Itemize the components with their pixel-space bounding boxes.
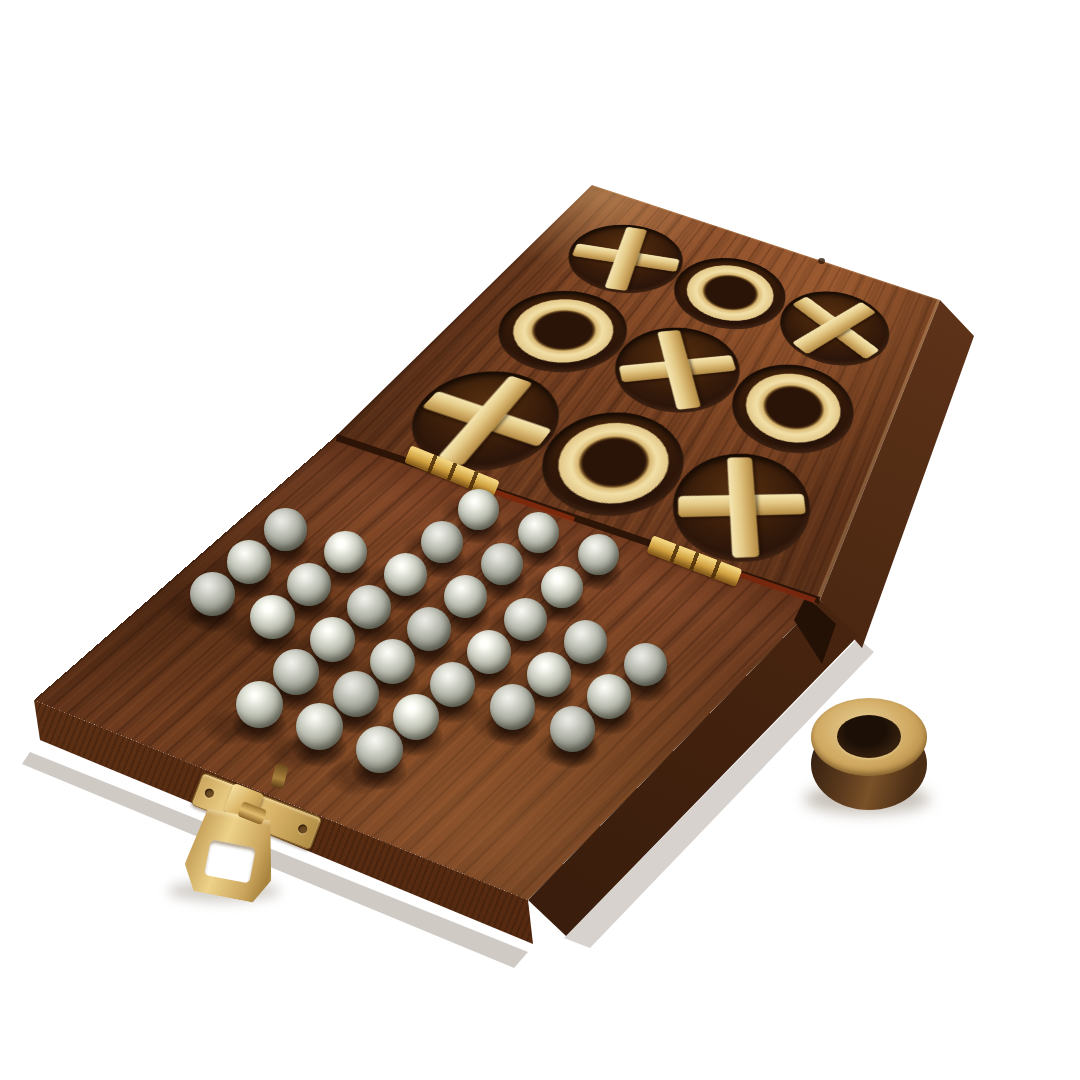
solitaire-ball[interactable] (518, 512, 559, 553)
ring-hole (837, 715, 901, 758)
scene: 2-in-1 wooden folding travel game box: t… (0, 0, 1080, 1080)
solitaire-ball[interactable] (384, 553, 427, 596)
solitaire-ball[interactable] (393, 694, 439, 740)
solitaire-ball[interactable] (527, 652, 572, 697)
solitaire-ball[interactable] (430, 662, 475, 707)
rivet (204, 787, 216, 799)
solitaire-ball[interactable] (273, 649, 319, 695)
solitaire-ball[interactable] (504, 598, 547, 641)
solitaire-ball[interactable] (541, 566, 583, 608)
solitaire-ball[interactable] (356, 726, 403, 773)
hasp-opening (204, 840, 256, 883)
solitaire-ball[interactable] (578, 534, 619, 575)
solitaire-ball[interactable] (324, 531, 367, 574)
o-piece[interactable] (672, 256, 786, 331)
solitaire-ball[interactable] (250, 595, 295, 640)
solitaire-ball[interactable] (370, 639, 415, 684)
solitaire-ball[interactable] (467, 630, 511, 674)
solitaire-ball[interactable] (287, 563, 331, 607)
spare-o-piece[interactable] (810, 698, 928, 816)
x-bar (727, 457, 759, 558)
solitaire-ball[interactable] (564, 620, 608, 664)
solitaire-ball[interactable] (236, 681, 283, 728)
wood-knot (818, 258, 825, 264)
solitaire-ball[interactable] (421, 521, 463, 563)
solitaire-ball[interactable] (347, 585, 391, 629)
solitaire-ball[interactable] (333, 671, 379, 717)
rivet (297, 823, 309, 835)
solitaire-ball[interactable] (458, 489, 499, 530)
solitaire-ball[interactable] (490, 684, 536, 730)
solitaire-ball[interactable] (550, 706, 596, 752)
solitaire-ball[interactable] (296, 703, 343, 750)
x-piece[interactable] (780, 287, 893, 370)
solitaire-ball[interactable] (190, 572, 234, 616)
solitaire-ball[interactable] (227, 540, 270, 583)
solitaire-ball[interactable] (310, 617, 355, 662)
solitaire-ball[interactable] (264, 508, 306, 550)
